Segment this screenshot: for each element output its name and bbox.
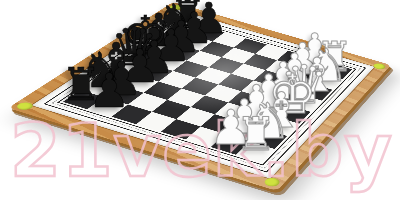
watermark: 21vek.by xyxy=(10,114,393,187)
product-photo: 21vek.by ♜♞♝♛♚♝♞♜♟♟♟♟♟♟♟♟♟♟♟♟♟♟♟♟♜♞♝♚♛♝♞… xyxy=(0,0,400,200)
